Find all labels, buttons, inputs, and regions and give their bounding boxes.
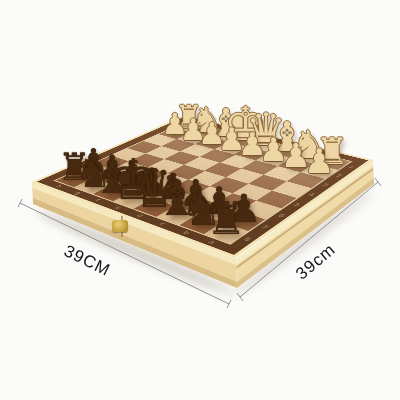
product-photo: hgfedcba 12345678 ♜♞♝♛♚♝♞♜♟♟♟♟♟♟♟♟♟♟♟♟♟♟… [0,0,400,400]
dimension-label-left: 39CM [60,241,113,281]
tick [227,300,231,308]
brass-clasp [112,220,128,232]
tick [375,178,381,186]
tick [18,199,22,207]
